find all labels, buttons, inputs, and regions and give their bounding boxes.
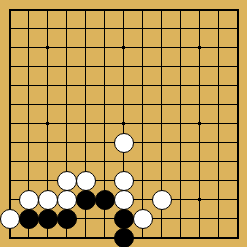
intersection-l5[interactable] bbox=[209, 76, 228, 95]
intersection-a3[interactable] bbox=[0, 38, 19, 57]
intersection-m11[interactable] bbox=[228, 190, 247, 209]
intersection-e11[interactable] bbox=[76, 190, 95, 209]
intersection-k13[interactable] bbox=[190, 228, 209, 247]
intersection-l10[interactable] bbox=[209, 171, 228, 190]
intersection-l12[interactable] bbox=[209, 209, 228, 228]
intersection-m3[interactable] bbox=[228, 38, 247, 57]
intersection-h12[interactable] bbox=[133, 209, 152, 228]
intersection-c6[interactable] bbox=[38, 95, 57, 114]
intersection-b8[interactable] bbox=[19, 133, 38, 152]
intersection-a7[interactable] bbox=[0, 114, 19, 133]
intersection-j11[interactable] bbox=[171, 190, 190, 209]
intersection-b12[interactable] bbox=[19, 209, 38, 228]
intersection-f2[interactable] bbox=[95, 19, 114, 38]
intersection-j3[interactable] bbox=[171, 38, 190, 57]
intersection-d1[interactable] bbox=[57, 0, 76, 19]
intersection-c2[interactable] bbox=[38, 19, 57, 38]
intersection-g1[interactable] bbox=[114, 0, 133, 19]
intersection-j9[interactable] bbox=[171, 152, 190, 171]
black-stone bbox=[57, 209, 77, 229]
intersection-a8[interactable] bbox=[0, 133, 19, 152]
intersection-b5[interactable] bbox=[19, 76, 38, 95]
intersection-e13[interactable] bbox=[76, 228, 95, 247]
white-stone bbox=[114, 133, 134, 153]
intersection-j7[interactable] bbox=[171, 114, 190, 133]
intersection-l3[interactable] bbox=[209, 38, 228, 57]
intersection-j4[interactable] bbox=[171, 57, 190, 76]
intersection-i1[interactable] bbox=[152, 0, 171, 19]
intersection-j1[interactable] bbox=[171, 0, 190, 19]
intersection-g2[interactable] bbox=[114, 19, 133, 38]
intersection-c7[interactable] bbox=[38, 114, 57, 133]
intersection-k2[interactable] bbox=[190, 19, 209, 38]
intersection-h8[interactable] bbox=[133, 133, 152, 152]
intersection-f13[interactable] bbox=[95, 228, 114, 247]
intersection-k10[interactable] bbox=[190, 171, 209, 190]
black-stone bbox=[114, 228, 134, 247]
intersection-l8[interactable] bbox=[209, 133, 228, 152]
intersection-a5[interactable] bbox=[0, 76, 19, 95]
intersection-h5[interactable] bbox=[133, 76, 152, 95]
intersection-k7[interactable] bbox=[190, 114, 209, 133]
intersection-f4[interactable] bbox=[95, 57, 114, 76]
intersection-m13[interactable] bbox=[228, 228, 247, 247]
intersection-k3[interactable] bbox=[190, 38, 209, 57]
intersection-i2[interactable] bbox=[152, 19, 171, 38]
intersection-i7[interactable] bbox=[152, 114, 171, 133]
intersection-k4[interactable] bbox=[190, 57, 209, 76]
intersection-d7[interactable] bbox=[57, 114, 76, 133]
intersection-d11[interactable] bbox=[57, 190, 76, 209]
intersection-e3[interactable] bbox=[76, 38, 95, 57]
intersection-j13[interactable] bbox=[171, 228, 190, 247]
intersection-g4[interactable] bbox=[114, 57, 133, 76]
intersection-f9[interactable] bbox=[95, 152, 114, 171]
intersection-h1[interactable] bbox=[133, 0, 152, 19]
white-stone bbox=[114, 190, 134, 210]
intersection-k12[interactable] bbox=[190, 209, 209, 228]
white-stone bbox=[0, 209, 20, 229]
white-stone bbox=[152, 190, 172, 210]
intersection-e9[interactable] bbox=[76, 152, 95, 171]
intersection-k6[interactable] bbox=[190, 95, 209, 114]
intersection-l1[interactable] bbox=[209, 0, 228, 19]
intersection-b13[interactable] bbox=[19, 228, 38, 247]
intersection-g11[interactable] bbox=[114, 190, 133, 209]
intersection-f11[interactable] bbox=[95, 190, 114, 209]
intersection-i12[interactable] bbox=[152, 209, 171, 228]
intersection-e5[interactable] bbox=[76, 76, 95, 95]
intersection-g8[interactable] bbox=[114, 133, 133, 152]
intersection-l4[interactable] bbox=[209, 57, 228, 76]
intersection-c12[interactable] bbox=[38, 209, 57, 228]
intersection-d12[interactable] bbox=[57, 209, 76, 228]
intersection-k8[interactable] bbox=[190, 133, 209, 152]
intersection-e10[interactable] bbox=[76, 171, 95, 190]
intersection-k5[interactable] bbox=[190, 76, 209, 95]
intersection-f8[interactable] bbox=[95, 133, 114, 152]
intersection-e1[interactable] bbox=[76, 0, 95, 19]
intersection-b7[interactable] bbox=[19, 114, 38, 133]
intersection-m7[interactable] bbox=[228, 114, 247, 133]
intersection-d3[interactable] bbox=[57, 38, 76, 57]
intersection-f7[interactable] bbox=[95, 114, 114, 133]
intersection-g7[interactable] bbox=[114, 114, 133, 133]
intersection-a12[interactable] bbox=[0, 209, 19, 228]
intersection-h4[interactable] bbox=[133, 57, 152, 76]
go-board bbox=[0, 0, 247, 247]
intersection-i11[interactable] bbox=[152, 190, 171, 209]
intersection-i3[interactable] bbox=[152, 38, 171, 57]
intersection-f12[interactable] bbox=[95, 209, 114, 228]
intersection-m12[interactable] bbox=[228, 209, 247, 228]
intersection-b9[interactable] bbox=[19, 152, 38, 171]
intersection-e2[interactable] bbox=[76, 19, 95, 38]
intersection-f3[interactable] bbox=[95, 38, 114, 57]
intersection-j8[interactable] bbox=[171, 133, 190, 152]
intersection-f5[interactable] bbox=[95, 76, 114, 95]
intersection-c13[interactable] bbox=[38, 228, 57, 247]
intersection-e8[interactable] bbox=[76, 133, 95, 152]
intersection-g10[interactable] bbox=[114, 171, 133, 190]
white-stone bbox=[57, 190, 77, 210]
intersection-m10[interactable] bbox=[228, 171, 247, 190]
intersection-m9[interactable] bbox=[228, 152, 247, 171]
intersection-c10[interactable] bbox=[38, 171, 57, 190]
intersection-m4[interactable] bbox=[228, 57, 247, 76]
intersection-a1[interactable] bbox=[0, 0, 19, 19]
intersection-g9[interactable] bbox=[114, 152, 133, 171]
intersection-b4[interactable] bbox=[19, 57, 38, 76]
intersection-f1[interactable] bbox=[95, 0, 114, 19]
intersection-i8[interactable] bbox=[152, 133, 171, 152]
intersection-c5[interactable] bbox=[38, 76, 57, 95]
intersection-g3[interactable] bbox=[114, 38, 133, 57]
intersection-l11[interactable] bbox=[209, 190, 228, 209]
intersection-j12[interactable] bbox=[171, 209, 190, 228]
intersection-m5[interactable] bbox=[228, 76, 247, 95]
intersection-a13[interactable] bbox=[0, 228, 19, 247]
intersection-j2[interactable] bbox=[171, 19, 190, 38]
board-grid bbox=[0, 0, 247, 247]
intersection-a11[interactable] bbox=[0, 190, 19, 209]
intersection-h7[interactable] bbox=[133, 114, 152, 133]
black-stone bbox=[38, 209, 58, 229]
intersection-j10[interactable] bbox=[171, 171, 190, 190]
intersection-a9[interactable] bbox=[0, 152, 19, 171]
intersection-e12[interactable] bbox=[76, 209, 95, 228]
intersection-i5[interactable] bbox=[152, 76, 171, 95]
intersection-b3[interactable] bbox=[19, 38, 38, 57]
intersection-d4[interactable] bbox=[57, 57, 76, 76]
intersection-a10[interactable] bbox=[0, 171, 19, 190]
intersection-m6[interactable] bbox=[228, 95, 247, 114]
intersection-f10[interactable] bbox=[95, 171, 114, 190]
intersection-c9[interactable] bbox=[38, 152, 57, 171]
intersection-k1[interactable] bbox=[190, 0, 209, 19]
intersection-m8[interactable] bbox=[228, 133, 247, 152]
intersection-i10[interactable] bbox=[152, 171, 171, 190]
intersection-c4[interactable] bbox=[38, 57, 57, 76]
white-stone bbox=[38, 190, 58, 210]
intersection-d6[interactable] bbox=[57, 95, 76, 114]
intersection-k9[interactable] bbox=[190, 152, 209, 171]
white-stone bbox=[76, 171, 96, 191]
white-stone bbox=[114, 171, 134, 191]
intersection-h9[interactable] bbox=[133, 152, 152, 171]
intersection-c1[interactable] bbox=[38, 0, 57, 19]
white-stone bbox=[133, 209, 153, 229]
intersection-a6[interactable] bbox=[0, 95, 19, 114]
intersection-h10[interactable] bbox=[133, 171, 152, 190]
intersection-l2[interactable] bbox=[209, 19, 228, 38]
intersection-e7[interactable] bbox=[76, 114, 95, 133]
intersection-g13[interactable] bbox=[114, 228, 133, 247]
intersection-g5[interactable] bbox=[114, 76, 133, 95]
intersection-b6[interactable] bbox=[19, 95, 38, 114]
intersection-a2[interactable] bbox=[0, 19, 19, 38]
black-stone bbox=[19, 209, 39, 229]
intersection-j5[interactable] bbox=[171, 76, 190, 95]
intersection-m2[interactable] bbox=[228, 19, 247, 38]
intersection-b2[interactable] bbox=[19, 19, 38, 38]
intersection-k11[interactable] bbox=[190, 190, 209, 209]
black-stone bbox=[95, 190, 115, 210]
black-stone bbox=[114, 209, 134, 229]
intersection-c8[interactable] bbox=[38, 133, 57, 152]
intersection-d9[interactable] bbox=[57, 152, 76, 171]
intersection-c3[interactable] bbox=[38, 38, 57, 57]
intersection-d2[interactable] bbox=[57, 19, 76, 38]
intersection-m1[interactable] bbox=[228, 0, 247, 19]
intersection-l9[interactable] bbox=[209, 152, 228, 171]
intersection-d8[interactable] bbox=[57, 133, 76, 152]
white-stone bbox=[19, 190, 39, 210]
intersection-i9[interactable] bbox=[152, 152, 171, 171]
intersection-l13[interactable] bbox=[209, 228, 228, 247]
black-stone bbox=[76, 190, 96, 210]
intersection-l6[interactable] bbox=[209, 95, 228, 114]
intersection-a4[interactable] bbox=[0, 57, 19, 76]
intersection-h13[interactable] bbox=[133, 228, 152, 247]
intersection-d10[interactable] bbox=[57, 171, 76, 190]
intersection-e6[interactable] bbox=[76, 95, 95, 114]
intersection-i4[interactable] bbox=[152, 57, 171, 76]
intersection-l7[interactable] bbox=[209, 114, 228, 133]
intersection-e4[interactable] bbox=[76, 57, 95, 76]
intersection-f6[interactable] bbox=[95, 95, 114, 114]
intersection-h11[interactable] bbox=[133, 190, 152, 209]
intersection-b10[interactable] bbox=[19, 171, 38, 190]
intersection-d13[interactable] bbox=[57, 228, 76, 247]
intersection-j6[interactable] bbox=[171, 95, 190, 114]
intersection-h6[interactable] bbox=[133, 95, 152, 114]
intersection-g12[interactable] bbox=[114, 209, 133, 228]
white-stone bbox=[57, 171, 77, 191]
intersection-h3[interactable] bbox=[133, 38, 152, 57]
intersection-d5[interactable] bbox=[57, 76, 76, 95]
intersection-g6[interactable] bbox=[114, 95, 133, 114]
intersection-i13[interactable] bbox=[152, 228, 171, 247]
intersection-i6[interactable] bbox=[152, 95, 171, 114]
intersection-b1[interactable] bbox=[19, 0, 38, 19]
intersection-c11[interactable] bbox=[38, 190, 57, 209]
intersection-b11[interactable] bbox=[19, 190, 38, 209]
intersection-h2[interactable] bbox=[133, 19, 152, 38]
